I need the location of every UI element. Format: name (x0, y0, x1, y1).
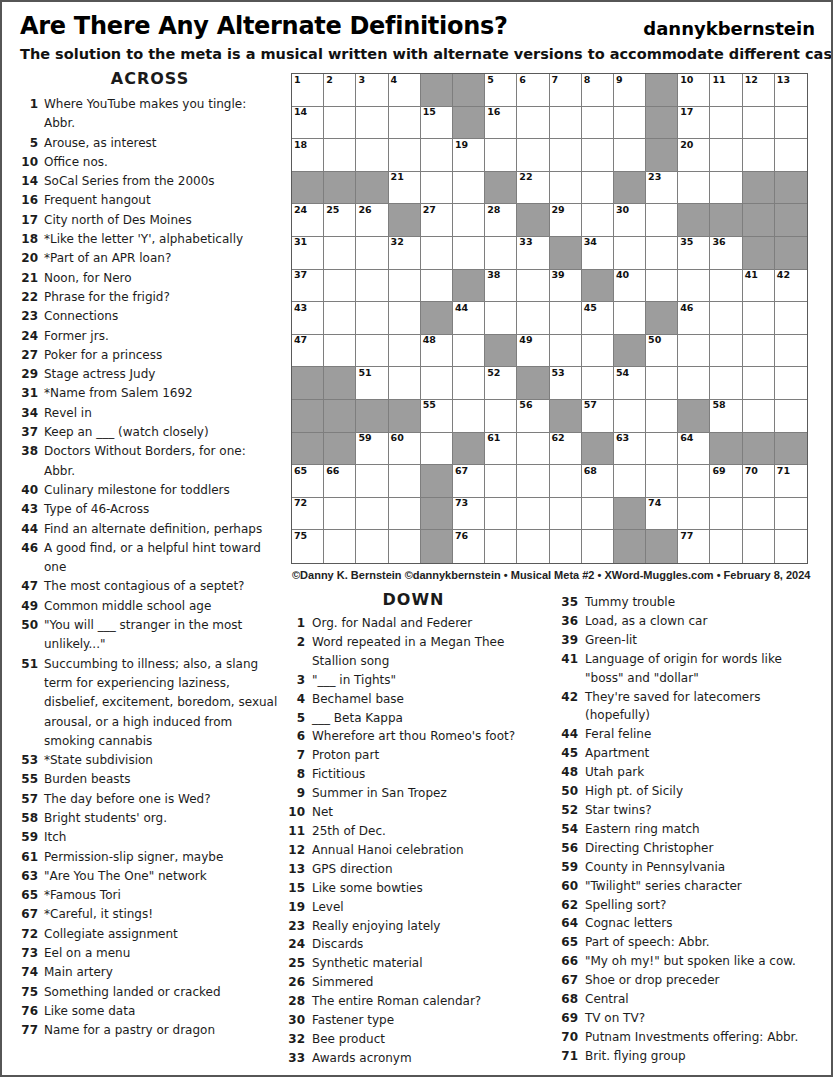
grid-cell-r9c13[interactable] (678, 335, 710, 368)
grid-cell-r11c12[interactable] (646, 400, 678, 433)
grid-cell-r3c8[interactable] (517, 139, 549, 172)
clue-number: 71 (554, 1047, 578, 1066)
grid-cell-r12c5[interactable] (421, 433, 453, 466)
grid-cell-r11c2 (324, 400, 356, 433)
grid-cell-r1c8[interactable]: 6 (517, 74, 549, 107)
grid-cell-r12c3[interactable]: 59 (356, 433, 388, 466)
grid-cell-r1c16[interactable]: 13 (775, 74, 807, 107)
grid-cell-r9c7 (485, 335, 517, 368)
clue-text: Simmered (312, 973, 545, 992)
grid-cell-r1c11[interactable]: 9 (614, 74, 646, 107)
grid-cell-r10c12[interactable] (646, 367, 678, 400)
clue-text: Culinary milestone for toddlers (44, 481, 280, 500)
grid-cell-r7c14[interactable] (710, 270, 742, 303)
grid-cell-r1c15[interactable]: 12 (743, 74, 775, 107)
author-byline: dannykbernstein (643, 18, 815, 39)
down-clue-list-right: 35Tummy trouble36Load, as a clown car39G… (554, 593, 826, 1066)
clue-number: 69 (554, 1009, 578, 1028)
clue-number: 74 (18, 963, 38, 982)
grid-cell-r8c13[interactable]: 46 (678, 302, 710, 335)
grid-cell-r6c13[interactable]: 35 (678, 237, 710, 270)
grid-cell-r8c7[interactable] (485, 302, 517, 335)
grid-cell-r12c4[interactable]: 60 (389, 433, 421, 466)
grid-cell-r10c11[interactable]: 54 (614, 367, 646, 400)
clue-text: Spelling sort? (585, 896, 818, 915)
grid-cell-r2c15[interactable] (743, 107, 775, 140)
grid-cell-r2c2[interactable] (324, 107, 356, 140)
grid-cell-r5c3[interactable]: 26 (356, 204, 388, 237)
clue-text: Like some bowties (312, 879, 545, 898)
clue-number: 27 (18, 346, 38, 365)
grid-cell-r6c8[interactable]: 33 (517, 237, 549, 270)
grid-cell-r8c15[interactable] (743, 302, 775, 335)
clue-text: Common middle school age (44, 597, 280, 616)
grid-cell-r8c1[interactable]: 43 (292, 302, 324, 335)
cell-number-73: 73 (455, 498, 468, 508)
clue-number: 32 (285, 1030, 305, 1049)
grid-cell-r15c8[interactable] (517, 530, 549, 563)
grid-cell-r7c5[interactable] (421, 270, 453, 303)
clue-text: High pt. of Sicily (585, 782, 818, 801)
grid-cell-r10c6[interactable] (453, 367, 485, 400)
clue-down-19: 19Level (285, 898, 547, 917)
clue-number: 72 (18, 925, 38, 944)
grid-cell-r12c7[interactable]: 61 (485, 433, 517, 466)
clue-text: Frequent hangout (44, 191, 280, 210)
clue-across-29: 29Stage actress Judy (18, 365, 282, 384)
grid-cell-r11c14[interactable]: 58 (710, 400, 742, 433)
grid-cell-r14c6[interactable]: 73 (453, 498, 485, 531)
grid-cell-r3c6[interactable]: 19 (453, 139, 485, 172)
grid-cell-r14c4[interactable] (389, 498, 421, 531)
crossword-grid[interactable]: 1234567891011121314151617181920212223242… (291, 73, 808, 564)
grid-cell-r8c16[interactable] (775, 302, 807, 335)
grid-cell-r15c4[interactable] (389, 530, 421, 563)
grid-cell-r7c13[interactable] (678, 270, 710, 303)
clue-number: 10 (285, 803, 305, 822)
grid-cell-r4c7 (485, 172, 517, 205)
clue-number: 17 (18, 211, 38, 230)
grid-cell-r6c5[interactable] (421, 237, 453, 270)
grid-cell-r4c13[interactable] (678, 172, 710, 205)
clue-across-38: 38Doctors Without Borders, for one: Abbr… (18, 442, 282, 481)
clue-number: 24 (18, 327, 38, 346)
grid-cell-r14c12[interactable]: 74 (646, 498, 678, 531)
cell-number-34: 34 (584, 237, 597, 247)
grid-cell-r15c7[interactable] (485, 530, 517, 563)
grid-cell-r3c3[interactable] (356, 139, 388, 172)
grid-cell-r13c4[interactable] (389, 465, 421, 498)
cell-number-6: 6 (519, 75, 526, 85)
grid-cell-r5c7[interactable]: 28 (485, 204, 517, 237)
clue-across-24: 24Former jrs. (18, 327, 282, 346)
grid-cell-r15c14[interactable] (710, 530, 742, 563)
clue-text: Bright students' org. (44, 809, 280, 828)
clue-number: 34 (18, 404, 38, 423)
grid-cell-r9c15[interactable] (743, 335, 775, 368)
clue-number: 24 (285, 935, 305, 954)
clue-number: 35 (554, 593, 578, 612)
grid-cell-r14c1[interactable]: 72 (292, 498, 324, 531)
clue-text: They're saved for latecomers (hopefully) (585, 688, 818, 726)
grid-cell-r9c10[interactable] (582, 335, 614, 368)
grid-cell-r2c14[interactable] (710, 107, 742, 140)
clue-number: 16 (18, 191, 38, 210)
grid-cell-r6c6[interactable] (453, 237, 485, 270)
grid-cell-r6c3[interactable] (356, 237, 388, 270)
grid-cell-r13c15[interactable]: 70 (743, 465, 775, 498)
clue-down-70: 70Putnam Investments offering: Abbr. (554, 1028, 826, 1047)
grid-cell-r15c6[interactable]: 76 (453, 530, 485, 563)
grid-cell-r4c12[interactable]: 23 (646, 172, 678, 205)
cell-number-10: 10 (680, 75, 693, 85)
grid-cell-r10c4[interactable] (389, 367, 421, 400)
cell-number-49: 49 (519, 335, 532, 345)
grid-cell-r1c12 (646, 74, 678, 107)
clue-down-33: 33Awards acronym (285, 1049, 547, 1068)
grid-cell-r10c7[interactable]: 52 (485, 367, 517, 400)
grid-cell-r3c13[interactable]: 20 (678, 139, 710, 172)
grid-cell-r9c16[interactable] (775, 335, 807, 368)
grid-cell-r13c10[interactable]: 68 (582, 465, 614, 498)
grid-cell-r2c5[interactable]: 15 (421, 107, 453, 140)
grid-cell-r10c10[interactable] (582, 367, 614, 400)
clue-number: 54 (554, 820, 578, 839)
cell-number-27: 27 (423, 205, 436, 215)
grid-cell-r9c4[interactable] (389, 335, 421, 368)
cell-number-23: 23 (648, 172, 661, 182)
grid-cell-r11c15[interactable] (743, 400, 775, 433)
grid-cell-r4c11 (614, 172, 646, 205)
grid-cell-r10c3[interactable]: 51 (356, 367, 388, 400)
cell-number-64: 64 (680, 433, 693, 443)
grid-cell-r1c9[interactable]: 7 (550, 74, 582, 107)
grid-cell-r8c3[interactable] (356, 302, 388, 335)
clue-text: Burden beasts (44, 770, 280, 789)
grid-cell-r8c4[interactable] (389, 302, 421, 335)
clue-down-62: 62Spelling sort? (554, 896, 826, 915)
clue-number: 40 (18, 481, 38, 500)
clue-down-30: 30Fastener type (285, 1011, 547, 1030)
grid-cell-r3c15[interactable] (743, 139, 775, 172)
grid-cell-r15c15[interactable] (743, 530, 775, 563)
down-header: DOWN (285, 590, 542, 609)
grid-cell-r8c9[interactable] (550, 302, 582, 335)
grid-cell-r1c5 (421, 74, 453, 107)
grid-cell-r9c5[interactable]: 48 (421, 335, 453, 368)
grid-cell-r13c3[interactable] (356, 465, 388, 498)
clue-text: Cognac letters (585, 914, 818, 933)
grid-cell-r11c6[interactable] (453, 400, 485, 433)
grid-cell-r7c11[interactable]: 40 (614, 270, 646, 303)
grid-cell-r3c1[interactable]: 18 (292, 139, 324, 172)
grid-cell-r1c7[interactable]: 5 (485, 74, 517, 107)
clue-text: Eastern ring match (585, 820, 818, 839)
cell-number-18: 18 (294, 140, 307, 150)
grid-cell-r13c13[interactable] (678, 465, 710, 498)
grid-cell-r15c9[interactable] (550, 530, 582, 563)
grid-cell-r3c10[interactable] (582, 139, 614, 172)
grid-cell-r14c14[interactable] (710, 498, 742, 531)
grid-cell-r8c2[interactable] (324, 302, 356, 335)
clue-down-15: 15Like some bowties (285, 879, 547, 898)
grid-cell-r13c6[interactable]: 67 (453, 465, 485, 498)
grid-cell-r7c2[interactable] (324, 270, 356, 303)
clue-text: Revel in (44, 404, 280, 423)
grid-cell-r14c3[interactable] (356, 498, 388, 531)
grid-cell-r1c2[interactable]: 2 (324, 74, 356, 107)
grid-cell-r15c16[interactable] (775, 530, 807, 563)
grid-cell-r5c14 (710, 204, 742, 237)
cell-number-57: 57 (584, 400, 597, 410)
grid-cell-r3c2[interactable] (324, 139, 356, 172)
clue-number: 67 (18, 905, 38, 924)
grid-cell-r11c11[interactable] (614, 400, 646, 433)
grid-cell-r2c8[interactable] (517, 107, 549, 140)
grid-cell-r7c7[interactable]: 38 (485, 270, 517, 303)
cell-number-72: 72 (294, 498, 307, 508)
grid-cell-r1c10[interactable]: 8 (582, 74, 614, 107)
grid-cell-r3c7[interactable] (485, 139, 517, 172)
cell-number-19: 19 (455, 140, 468, 150)
clue-text: Arouse, as interest (44, 134, 280, 153)
clue-number: 6 (285, 727, 305, 746)
grid-cell-r6c14[interactable]: 36 (710, 237, 742, 270)
grid-cell-r9c9[interactable] (550, 335, 582, 368)
grid-cell-r5c5[interactable]: 27 (421, 204, 453, 237)
clue-number: 44 (18, 520, 38, 539)
grid-cell-r12c12[interactable] (646, 433, 678, 466)
grid-cell-r13c2[interactable]: 66 (324, 465, 356, 498)
cell-number-48: 48 (423, 335, 436, 345)
clue-text: Level (312, 898, 545, 917)
clue-number: 10 (18, 153, 38, 172)
clue-number: 13 (285, 860, 305, 879)
clue-number: 77 (18, 1021, 38, 1040)
clue-across-20: 20*Part of an APR loan? (18, 249, 282, 268)
grid-cell-r6c2[interactable] (324, 237, 356, 270)
grid-cell-r9c3[interactable] (356, 335, 388, 368)
grid-cell-r11c5[interactable]: 55 (421, 400, 453, 433)
grid-cell-r1c4[interactable]: 4 (389, 74, 421, 107)
grid-cell-r6c1[interactable]: 31 (292, 237, 324, 270)
clue-number: 28 (285, 992, 305, 1011)
clue-down-59: 59County in Pennsylvania (554, 858, 826, 877)
grid-cell-r7c16[interactable]: 42 (775, 270, 807, 303)
clue-text: *Famous Tori (44, 886, 280, 905)
grid-cell-r12c6 (453, 433, 485, 466)
grid-cell-r14c2[interactable] (324, 498, 356, 531)
clue-number: 44 (554, 725, 578, 744)
clue-down-44: 44Feral feline (554, 725, 826, 744)
grid-cell-r2c4[interactable] (389, 107, 421, 140)
grid-cell-r8c14[interactable] (710, 302, 742, 335)
grid-cell-r6c10[interactable]: 34 (582, 237, 614, 270)
clue-text: Load, as a clown car (585, 612, 818, 631)
clue-number: 1 (285, 614, 305, 633)
grid-cell-r13c12[interactable] (646, 465, 678, 498)
clue-text: Star twins? (585, 801, 818, 820)
grid-cell-r15c10[interactable] (582, 530, 614, 563)
grid-cell-r14c15[interactable] (743, 498, 775, 531)
grid-cell-r5c1[interactable]: 24 (292, 204, 324, 237)
grid-cell-r5c11[interactable]: 30 (614, 204, 646, 237)
grid-cell-r3c5[interactable] (421, 139, 453, 172)
grid-cell-r4c9[interactable] (550, 172, 582, 205)
grid-cell-r5c2[interactable]: 25 (324, 204, 356, 237)
grid-cell-r10c14[interactable] (710, 367, 742, 400)
puzzle-page: Are There Any Alternate Definitions? dan… (0, 0, 833, 1077)
clue-across-75: 75Something landed or cracked (18, 983, 282, 1002)
grid-cell-r12c13[interactable]: 64 (678, 433, 710, 466)
clue-text: "Twilight" series character (585, 877, 818, 896)
grid-cell-r9c8[interactable]: 49 (517, 335, 549, 368)
grid-cell-r14c8[interactable] (517, 498, 549, 531)
grid-cell-r7c15[interactable]: 41 (743, 270, 775, 303)
grid-cell-r9c14[interactable] (710, 335, 742, 368)
grid-cell-r13c7[interactable] (485, 465, 517, 498)
grid-cell-r4c14[interactable] (710, 172, 742, 205)
clue-across-5: 5Arouse, as interest (18, 134, 282, 153)
grid-cell-r8c6[interactable]: 44 (453, 302, 485, 335)
grid-cell-r12c11[interactable]: 63 (614, 433, 646, 466)
grid-cell-r11c1 (292, 400, 324, 433)
grid-cell-r9c6[interactable] (453, 335, 485, 368)
grid-cell-r4c8[interactable]: 22 (517, 172, 549, 205)
grid-cell-r2c11[interactable] (614, 107, 646, 140)
grid-cell-r3c14[interactable] (710, 139, 742, 172)
grid-cell-r4c6[interactable] (453, 172, 485, 205)
grid-cell-r9c12[interactable]: 50 (646, 335, 678, 368)
grid-cell-r7c4[interactable] (389, 270, 421, 303)
grid-cell-r8c11[interactable] (614, 302, 646, 335)
grid-cell-r7c9[interactable]: 39 (550, 270, 582, 303)
grid-cell-r1c14[interactable]: 11 (710, 74, 742, 107)
grid-cell-r13c1[interactable]: 65 (292, 465, 324, 498)
grid-cell-r1c3[interactable]: 3 (356, 74, 388, 107)
grid-cell-r14c9[interactable] (550, 498, 582, 531)
grid-cell-r4c10[interactable] (582, 172, 614, 205)
grid-cell-r13c9[interactable] (550, 465, 582, 498)
grid-cell-r13c8[interactable] (517, 465, 549, 498)
grid-cell-r2c3[interactable] (356, 107, 388, 140)
grid-cell-r7c8[interactable] (517, 270, 549, 303)
grid-cell-r2c9[interactable] (550, 107, 582, 140)
grid-cell-r5c9[interactable]: 29 (550, 204, 582, 237)
grid-cell-r11c10[interactable]: 57 (582, 400, 614, 433)
grid-cell-r7c3[interactable] (356, 270, 388, 303)
clue-text: Apartment (585, 744, 818, 763)
clue-across-16: 16Frequent hangout (18, 191, 282, 210)
grid-cell-r2c13[interactable]: 17 (678, 107, 710, 140)
grid-cell-r2c1[interactable]: 14 (292, 107, 324, 140)
grid-cell-r9c2[interactable] (324, 335, 356, 368)
cell-number-44: 44 (455, 303, 468, 313)
grid-cell-r11c8[interactable]: 56 (517, 400, 549, 433)
grid-cell-r2c7[interactable]: 16 (485, 107, 517, 140)
clue-down-41: 41Language of origin for words like "bos… (554, 650, 826, 688)
grid-cell-r3c4[interactable] (389, 139, 421, 172)
grid-cell-r2c16[interactable] (775, 107, 807, 140)
clue-number: 33 (285, 1049, 305, 1068)
cell-number-1: 1 (294, 75, 301, 85)
grid-cell-r3c9[interactable] (550, 139, 582, 172)
grid-cell-r5c12[interactable] (646, 204, 678, 237)
clue-number: 5 (18, 134, 38, 153)
clue-number: 43 (18, 500, 38, 519)
cell-number-12: 12 (745, 75, 758, 85)
grid-cell-r5c10[interactable] (582, 204, 614, 237)
grid-cell-r14c7[interactable] (485, 498, 517, 531)
cell-number-71: 71 (777, 466, 790, 476)
grid-cell-r4c5[interactable] (421, 172, 453, 205)
grid-cell-r9c1[interactable]: 47 (292, 335, 324, 368)
grid-cell-r7c12[interactable] (646, 270, 678, 303)
grid-cell-r13c14[interactable]: 69 (710, 465, 742, 498)
cell-number-21: 21 (391, 172, 404, 182)
grid-cell-r15c2[interactable] (324, 530, 356, 563)
clue-number: 65 (554, 933, 578, 952)
grid-cell-r14c13[interactable] (678, 498, 710, 531)
grid-cell-r1c1[interactable]: 1 (292, 74, 324, 107)
grid-cell-r15c13[interactable]: 77 (678, 530, 710, 563)
across-clue-list: 1Where YouTube makes you tingle: Abbr.5A… (18, 95, 282, 1041)
grid-cell-r10c2 (324, 367, 356, 400)
cell-number-66: 66 (326, 466, 339, 476)
grid-cell-r3c16[interactable] (775, 139, 807, 172)
cell-number-30: 30 (616, 205, 629, 215)
clue-number: 12 (285, 841, 305, 860)
grid-cell-r10c15[interactable] (743, 367, 775, 400)
grid-cell-r10c9[interactable]: 53 (550, 367, 582, 400)
grid-cell-r10c13[interactable] (678, 367, 710, 400)
grid-cell-r10c16[interactable] (775, 367, 807, 400)
clue-text: Something landed or cracked (44, 983, 280, 1002)
grid-cell-r12c9[interactable]: 62 (550, 433, 582, 466)
grid-cell-r11c7[interactable] (485, 400, 517, 433)
grid-cell-r12c8[interactable] (517, 433, 549, 466)
grid-cell-r6c12[interactable] (646, 237, 678, 270)
grid-cell-r14c16[interactable] (775, 498, 807, 531)
grid-cell-r5c6[interactable] (453, 204, 485, 237)
grid-cell-r2c10[interactable] (582, 107, 614, 140)
grid-cell-r6c4[interactable]: 32 (389, 237, 421, 270)
grid-cell-r14c10[interactable] (582, 498, 614, 531)
grid-cell-r3c11[interactable] (614, 139, 646, 172)
clue-number: 15 (285, 879, 305, 898)
grid-cell-r7c1[interactable]: 37 (292, 270, 324, 303)
grid-cell-r8c8[interactable] (517, 302, 549, 335)
clue-text: Connections (44, 307, 280, 326)
grid-cell-r1c13[interactable]: 10 (678, 74, 710, 107)
grid-cell-r15c3[interactable] (356, 530, 388, 563)
grid-cell-r15c1[interactable]: 75 (292, 530, 324, 563)
cell-number-3: 3 (358, 75, 365, 85)
grid-cell-r5c16 (775, 204, 807, 237)
grid-cell-r6c7[interactable] (485, 237, 517, 270)
clue-down-5: 5___ Beta Kappa (285, 709, 547, 728)
cell-number-59: 59 (358, 433, 371, 443)
grid-cell-r13c16[interactable]: 71 (775, 465, 807, 498)
grid-cell-r8c10[interactable]: 45 (582, 302, 614, 335)
grid-cell-r6c11[interactable] (614, 237, 646, 270)
grid-cell-r10c5[interactable] (421, 367, 453, 400)
grid-cell-r13c11[interactable] (614, 465, 646, 498)
grid-cell-r12c1 (292, 433, 324, 466)
cell-number-13: 13 (777, 75, 790, 85)
grid-cell-r11c16[interactable] (775, 400, 807, 433)
grid-cell-r4c4[interactable]: 21 (389, 172, 421, 205)
